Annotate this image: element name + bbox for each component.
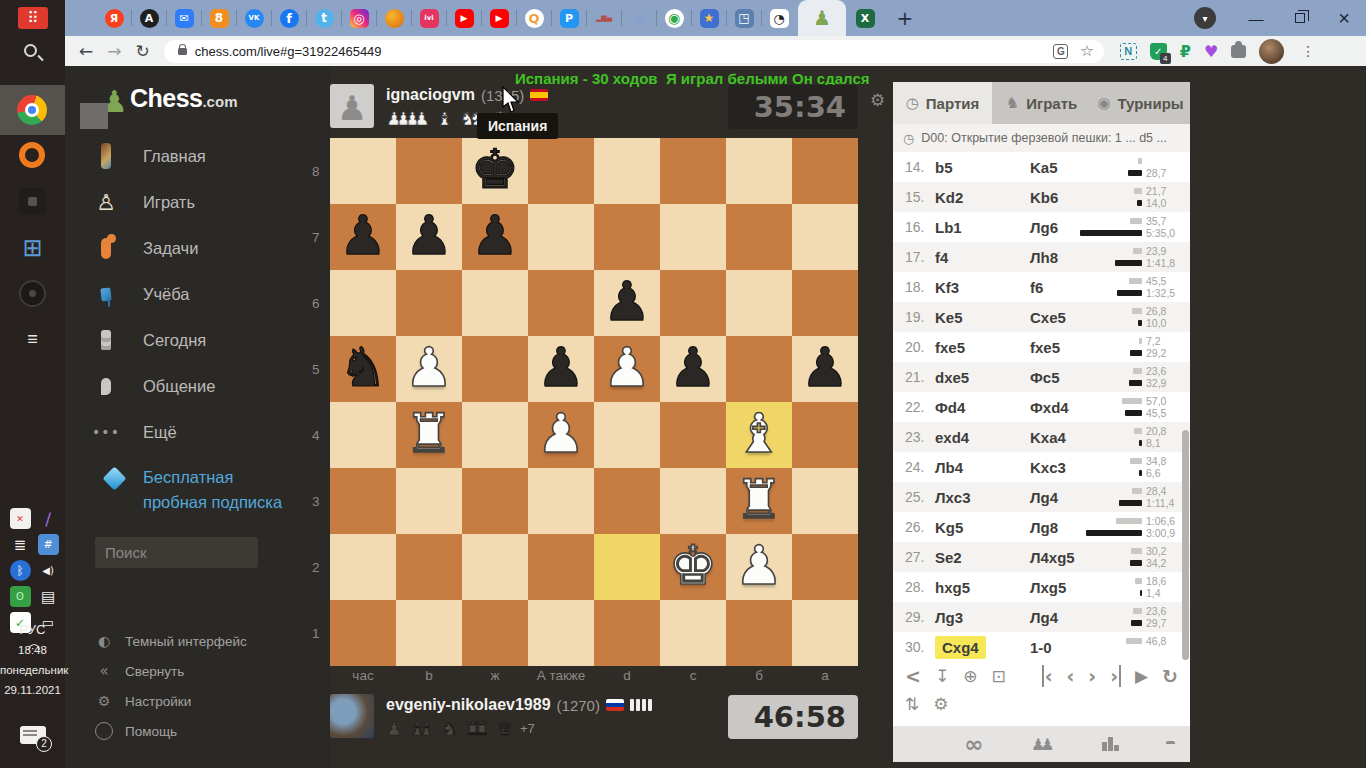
square-d8[interactable] <box>528 138 594 204</box>
top-player-name[interactable]: ignaciogvm <box>386 86 475 104</box>
black-pawn-a7[interactable]: ♟ <box>330 204 396 268</box>
time-text: 29,7 <box>1146 617 1182 629</box>
feather-pen-icon[interactable]: ∕ <box>38 508 59 529</box>
bottom-captured-pieces: ♟♝♝♞♜♜♛+7 <box>386 718 535 739</box>
share-icon[interactable]: < <box>905 665 921 687</box>
square-e3[interactable] <box>594 468 660 534</box>
move-number: 28. <box>905 579 935 595</box>
tally-bar <box>636 699 640 711</box>
move-row-25[interactable]: 25.Лxc3Лg428,41:11,4 <box>893 482 1190 512</box>
square-f4[interactable] <box>660 402 726 468</box>
time-line <box>1078 648 1182 658</box>
square-f3[interactable] <box>660 468 726 534</box>
highlighted-move[interactable]: Cxg4 <box>935 636 986 659</box>
pinned-tab-star9[interactable]: ★ <box>692 0 726 36</box>
square-e2[interactable] <box>594 534 660 600</box>
tally-bar <box>648 699 652 711</box>
black-move-cell[interactable]: Лg6 <box>1030 219 1078 236</box>
square-c5[interactable] <box>462 336 528 402</box>
time-line: 30,2 <box>1078 546 1182 556</box>
target-icon: ◉ <box>665 9 684 28</box>
active-tab-chesscom[interactable]: ♟ <box>798 0 846 36</box>
board-settings-gear-icon[interactable]: ⚙ <box>870 90 885 110</box>
wishlist-extension-icon[interactable]: ♥ <box>1204 42 1218 61</box>
sidebar-item-settings[interactable]: Настройки <box>65 686 330 716</box>
profile-avatar[interactable] <box>1259 39 1284 64</box>
time-line: 1:06,6 <box>1078 516 1182 526</box>
square-b2[interactable] <box>396 534 462 600</box>
move-number: 23. <box>905 429 935 445</box>
sidebar-item-play[interactable]: Играть <box>65 179 330 225</box>
square-h8[interactable] <box>792 138 858 204</box>
move-number: 14. <box>905 159 935 175</box>
address-bar[interactable]: chess.com/live#g=31922465449 G ☆ <box>164 40 1104 63</box>
diamond-icon <box>101 465 127 491</box>
square-g6[interactable] <box>726 270 792 336</box>
white-move-cell[interactable]: b5 <box>935 159 1030 176</box>
move-row-28[interactable]: 28.hxg5Лxg518,61,4 <box>893 572 1190 602</box>
move-row-29[interactable]: 29.Лg3Лg423,629,7 <box>893 602 1190 632</box>
move-row-18[interactable]: 18.Kf3f645,51:32,5 <box>893 272 1190 302</box>
square-h5[interactable]: ♟ <box>792 336 858 402</box>
controls-row-2: ⇅⚙ <box>893 690 1190 718</box>
scrollbar-thumb[interactable] <box>1182 430 1189 660</box>
top-player-avatar[interactable]: ♟ <box>330 84 374 128</box>
white-move-cell[interactable]: Kf3 <box>935 279 1030 296</box>
square-b4[interactable]: ♜ <box>396 402 462 468</box>
chess-board[interactable]: ♚♟♟♟♟♞♟♟♟♟♟♜♟♝♜♚♟ <box>330 138 858 666</box>
search-input[interactable] <box>95 537 258 568</box>
taskbar-clock[interactable]: 18:48 понедельник 29.11.2021 <box>0 640 65 700</box>
time-bar <box>1133 368 1142 374</box>
black-move-cell[interactable]: Лh8 <box>1030 249 1078 266</box>
square-d7[interactable] <box>528 204 594 270</box>
tab-play[interactable]: ♞Играть <box>992 82 1091 124</box>
time-line: 6,6 <box>1078 468 1182 478</box>
sliders-icon[interactable]: ≣ <box>10 534 31 555</box>
pinned-tab-twitter[interactable]: t <box>307 0 341 36</box>
move-row-15[interactable]: 15.Kd2Kb621,714,0 <box>893 182 1190 212</box>
square-a3[interactable] <box>330 468 396 534</box>
rank-label-4: 4 <box>312 402 326 468</box>
square-b6[interactable] <box>396 270 462 336</box>
keyboard-app-icon[interactable]: # <box>38 534 59 555</box>
game-review-icon[interactable]: ⊡ <box>991 666 1005 686</box>
white-rook-b4[interactable]: ♜ <box>396 402 462 466</box>
black-move-cell[interactable]: f6 <box>1030 279 1078 296</box>
restore-button[interactable] <box>1278 0 1322 36</box>
opening-bar[interactable]: ◷ D00: Открытие ферзевой пешки: 1 ... d5… <box>893 124 1190 152</box>
white-move-cell[interactable]: hxg5 <box>935 579 1030 596</box>
time-bar <box>1130 218 1142 224</box>
rank-label-6: 6 <box>312 270 326 336</box>
sidebar-item-label: Сегодня <box>143 331 206 350</box>
move-row-30[interactable]: 30.Cxg41-046,8 <box>893 632 1190 662</box>
black-king-c8[interactable]: ♚ <box>462 138 528 202</box>
white-move-cell[interactable]: Фd4 <box>935 399 1030 416</box>
settings-gear-icon[interactable]: ⚙ <box>933 694 948 714</box>
download-icon[interactable]: ↧ <box>935 666 949 686</box>
close-button[interactable]: × <box>1322 0 1366 36</box>
square-a7[interactable]: ♟ <box>330 204 396 270</box>
back-icon[interactable]: ← <box>79 41 93 61</box>
rank-label-2: 2 <box>312 534 326 600</box>
move-row-17[interactable]: 17.f4Лh823,91:41,8 <box>893 242 1190 272</box>
time-text: 45,5 <box>1146 275 1182 287</box>
move-row-22[interactable]: 22.Фd4Фxd457,045,5 <box>893 392 1190 422</box>
square-a2[interactable] <box>330 534 396 600</box>
sidebar-item-puzzles[interactable]: Задачи <box>65 225 330 271</box>
pinned-tab-mail-ru[interactable]: ✉ <box>167 0 201 36</box>
sidebar-item-today[interactable]: Сегодня <box>65 317 330 363</box>
browser-window: ЯA✉8VKft◎ivi▶▶QP▂▆▄☝◉★◳◔ ♟ X + ▾ — × ← →… <box>65 0 1366 768</box>
stack-app-icon[interactable]: ≡ <box>19 326 46 353</box>
minimize-button[interactable]: — <box>1234 0 1278 36</box>
bottom-player-name[interactable]: evgeniy-nikolaev1989 <box>386 696 551 714</box>
pinned-tab-vk[interactable]: VK <box>237 0 271 36</box>
black-move-cell[interactable]: Ka5 <box>1030 159 1078 176</box>
move-row-21[interactable]: 21.dxe5Фc523,632,9 <box>893 362 1190 392</box>
black-move-cell[interactable]: 1-0 <box>1030 639 1078 656</box>
disc-app-icon[interactable] <box>19 280 46 307</box>
players-icon[interactable]: ♟♟ <box>1031 735 1055 754</box>
language-indicator[interactable]: РУС <box>0 622 65 637</box>
black-move-cell[interactable]: Фc5 <box>1030 369 1078 386</box>
square-c8[interactable]: ♚ <box>462 138 528 204</box>
square-g5[interactable] <box>726 336 792 402</box>
square-h7[interactable] <box>792 204 858 270</box>
black-move-cell[interactable]: Лg4 <box>1030 609 1078 626</box>
volume-icon[interactable]: ◀) <box>38 560 59 581</box>
browser-menu-icon[interactable]: ⋮ <box>1301 43 1315 59</box>
flip-board-icon[interactable]: ⇅ <box>905 694 919 714</box>
chrome-icon[interactable] <box>17 95 47 125</box>
square-d1[interactable] <box>528 600 594 666</box>
time-bar <box>1125 410 1142 416</box>
trial-line2: пробная подписка <box>143 493 282 511</box>
sidebar-item-label: Играть <box>143 193 195 212</box>
move-number: 27. <box>905 549 935 565</box>
sidebar-item-social[interactable]: Общение <box>65 363 330 409</box>
time-text: 30,2 <box>1146 545 1182 557</box>
time-line: 46,8 <box>1078 636 1182 646</box>
like-icon: ☝ <box>630 9 649 28</box>
square-b7[interactable]: ♟ <box>396 204 462 270</box>
white-pawn-g2[interactable]: ♟ <box>726 534 792 598</box>
game-panel: ◷Партия♞Играть◉Турниры ◷ D00: Открытие ф… <box>893 82 1190 752</box>
white-move-cell[interactable]: Ke5 <box>935 309 1030 326</box>
time-bar <box>1129 380 1142 386</box>
reload-icon[interactable]: ↻ <box>136 41 150 61</box>
dark-app-icon[interactable] <box>19 188 46 215</box>
clipper-extension-icon[interactable]: N <box>1120 43 1137 60</box>
white-move-cell[interactable]: Лb4 <box>935 459 1030 476</box>
square-c4[interactable] <box>462 402 528 468</box>
square-c2[interactable] <box>462 534 528 600</box>
square-c6[interactable] <box>462 270 528 336</box>
square-d3[interactable] <box>528 468 594 534</box>
pinned-tab-youtube-2[interactable]: ▶ <box>482 0 516 36</box>
move-number: 15. <box>905 189 935 205</box>
pinned-tab-youtube[interactable]: ▶ <box>447 0 481 36</box>
square-a8[interactable] <box>330 138 396 204</box>
black-pawn-b7[interactable]: ♟ <box>396 204 462 268</box>
square-h3[interactable] <box>792 468 858 534</box>
sidebar-puzzle-icon <box>101 235 127 261</box>
square-f7[interactable] <box>660 204 726 270</box>
black-move-cell[interactable]: Cxe5 <box>1030 309 1078 326</box>
square-f6[interactable] <box>660 270 726 336</box>
white-move-cell[interactable]: fxe5 <box>935 339 1030 356</box>
white-pawn-b5[interactable]: ♟ <box>396 336 462 400</box>
time-text: 46,8 <box>1146 635 1182 647</box>
tab-game[interactable]: ◷Партия <box>893 82 992 124</box>
square-e5[interactable]: ♟ <box>594 336 660 402</box>
go-forward-icon[interactable]: › <box>1088 665 1096 687</box>
time-bar <box>1131 620 1142 626</box>
bookmark-star-icon[interactable]: ☆ <box>1080 42 1093 60</box>
sidebar-item-trial[interactable]: Бесплатная пробная подписка <box>65 455 330 519</box>
square-f5[interactable]: ♟ <box>660 336 726 402</box>
square-f2[interactable]: ♚ <box>660 534 726 600</box>
move-row-19[interactable]: 19.Ke5Cxe526,810,0 <box>893 302 1190 332</box>
black-pawn-h5[interactable]: ♟ <box>792 336 858 400</box>
pinned-tab-timer[interactable]: ◔ <box>762 0 796 36</box>
odnoklassniki-icon: 8 <box>210 9 229 28</box>
square-h4[interactable] <box>792 402 858 468</box>
time-text: 10,0 <box>1146 317 1182 329</box>
white-move-cell[interactable]: Kd2 <box>935 189 1030 206</box>
spain-flag-icon[interactable] <box>530 89 548 101</box>
white-rook-g3[interactable]: ♜ <box>726 468 792 532</box>
url-text[interactable]: chess.com/live#g=31922465449 <box>195 44 382 59</box>
square-d2[interactable] <box>528 534 594 600</box>
black-knight-a5[interactable]: ♞ <box>330 336 396 400</box>
time-bar <box>1116 518 1142 524</box>
top-player-bar: ♟ ignaciogvm (1335) ♟♟♟♟♝♞♞♛ 35:34 <box>330 84 890 132</box>
blue-grid-app-icon[interactable]: ⊞ <box>19 234 46 261</box>
white-move-cell[interactable]: f4 <box>935 249 1030 266</box>
pinned-tab-facebook[interactable]: f <box>272 0 306 36</box>
pinned-tab-link-squares[interactable]: ◳ <box>727 0 761 36</box>
move-times: 46,8 <box>1078 636 1182 658</box>
leaderboard-icon[interactable] <box>1102 737 1119 751</box>
square-a1[interactable] <box>330 600 396 666</box>
black-pawn-e6[interactable]: ♟ <box>594 270 660 334</box>
square-g4[interactable]: ♝ <box>726 402 792 468</box>
black-move-cell[interactable]: Фxd4 <box>1030 399 1078 416</box>
square-c1[interactable] <box>462 600 528 666</box>
black-pawn-c7[interactable]: ♟ <box>462 204 528 268</box>
time-text: 1:06,6 <box>1146 515 1182 527</box>
square-g2[interactable]: ♟ <box>726 534 792 600</box>
pinned-tab-ivi[interactable]: ivi <box>412 0 446 36</box>
time-bar <box>1138 158 1142 164</box>
square-a5[interactable]: ♞ <box>330 336 396 402</box>
cashback-extension-icon[interactable]: ₽ <box>1180 42 1191 61</box>
pinned-tabs-right: X <box>848 0 882 36</box>
pinned-tab-q-ring[interactable]: Q <box>517 0 551 36</box>
move-number: 26. <box>905 519 935 535</box>
tab-tournaments[interactable]: ◉Турниры <box>1091 82 1190 124</box>
square-c7[interactable]: ♟ <box>462 204 528 270</box>
pinned-tab-p-blue[interactable]: P <box>552 0 586 36</box>
square-h6[interactable] <box>792 270 858 336</box>
pinned-tab-avito[interactable]: A <box>132 0 166 36</box>
taskbar-weekday: понедельник <box>0 660 65 680</box>
time-line: 21,7 <box>1078 186 1182 196</box>
new-tab-button[interactable]: + <box>892 6 918 30</box>
pinned-tab-yandex[interactable]: Я <box>97 0 131 36</box>
square-a4[interactable] <box>330 402 396 468</box>
quarantine-doc-icon[interactable]: ✕ <box>10 508 31 529</box>
square-b5[interactable]: ♟ <box>396 336 462 402</box>
white-move-cell[interactable]: exd4 <box>935 429 1030 446</box>
pinned-tab-excel[interactable]: X <box>848 0 882 36</box>
square-b8[interactable] <box>396 138 462 204</box>
sidebar-chat-icon <box>101 373 127 399</box>
black-move-cell[interactable]: Лg4 <box>1030 489 1078 506</box>
square-g1[interactable] <box>726 600 792 666</box>
move-row-27[interactable]: 27.Se2Л4xg530,234,2 <box>893 542 1190 572</box>
time-line: 3:00,9 <box>1078 528 1182 538</box>
black-move-cell[interactable]: Лg8 <box>1030 519 1078 536</box>
black-move-cell[interactable]: Лxg5 <box>1030 579 1078 596</box>
russia-flag-icon[interactable] <box>606 699 624 711</box>
pinned-tab-odnoklassniki[interactable]: 8 <box>202 0 236 36</box>
square-b3[interactable] <box>396 468 462 534</box>
square-d5[interactable]: ♟ <box>528 336 594 402</box>
black-move-cell[interactable]: Kxc3 <box>1030 459 1078 476</box>
go-end-icon[interactable]: › <box>1110 665 1121 687</box>
go-start-icon[interactable]: ‹ <box>1042 665 1053 687</box>
square-e1[interactable] <box>594 600 660 666</box>
taskbar-menu-icon[interactable]: ⠿ <box>18 7 48 29</box>
white-pawn-e5[interactable]: ♟ <box>594 336 660 400</box>
time-line: 1:41,8 <box>1078 258 1182 268</box>
pinned-tab-instagram[interactable]: ◎ <box>342 0 376 36</box>
square-a6[interactable] <box>330 270 396 336</box>
move-row-24[interactable]: 24.Лb4Kxc334,86,6 <box>893 452 1190 482</box>
square-g3[interactable]: ♜ <box>726 468 792 534</box>
white-move-cell[interactable]: Лxc3 <box>935 489 1030 506</box>
stats-icon: ▂▆▄ <box>595 9 614 28</box>
time-bar <box>1134 428 1142 434</box>
pinned-tab-zen[interactable] <box>377 0 411 36</box>
file-label-3: ж <box>462 668 528 683</box>
square-g7[interactable] <box>726 204 792 270</box>
square-f8[interactable] <box>660 138 726 204</box>
white-move-cell[interactable]: Se2 <box>935 549 1030 566</box>
go-back-icon[interactable]: ‹ <box>1066 665 1074 687</box>
rank-label-8: 8 <box>312 138 326 204</box>
extensions-puzzle-icon[interactable] <box>1231 45 1246 58</box>
white-move-cell[interactable]: Cxg4 <box>935 639 1030 656</box>
bluetooth-icon[interactable]: ᛒ <box>10 560 31 581</box>
time-bar <box>1140 590 1142 596</box>
time-bar <box>1128 170 1142 176</box>
move-row-16[interactable]: 16.Lb1Лg635,75:35,0 <box>893 212 1190 242</box>
square-e7[interactable] <box>594 204 660 270</box>
spectators-icon[interactable]: ∞ <box>964 731 983 757</box>
square-g8[interactable] <box>726 138 792 204</box>
square-h2[interactable] <box>792 534 858 600</box>
sidebar-item-collapse[interactable]: Свернуть <box>65 656 330 686</box>
square-e8[interactable] <box>594 138 660 204</box>
pinned-tab-like[interactable]: ☝ <box>622 0 656 36</box>
autoplay-icon[interactable]: ▶ <box>1135 666 1148 686</box>
white-move-cell[interactable]: Lb1 <box>935 219 1030 236</box>
adblock-shield-icon[interactable]: ✓4 <box>1150 43 1167 60</box>
black-move-cell[interactable]: Kb6 <box>1030 189 1078 206</box>
black-move-cell[interactable]: fxe5 <box>1030 339 1078 356</box>
white-move-cell[interactable]: Kg5 <box>935 519 1030 536</box>
sidebar-item-home[interactable]: Главная <box>65 133 330 179</box>
time-text: 1:41,8 <box>1146 257 1182 269</box>
file-label-5: d <box>594 668 660 683</box>
orange-app-icon[interactable] <box>19 142 45 168</box>
move-row-26[interactable]: 26.Kg5Лg81:06,63:00,9 <box>893 512 1190 542</box>
bottom-player-avatar[interactable] <box>330 694 374 738</box>
white-king-f2[interactable]: ♚ <box>660 534 726 598</box>
white-bishop-g4[interactable]: ♝ <box>726 402 792 466</box>
square-c3[interactable] <box>462 468 528 534</box>
analysis-icon[interactable]: ⊕ <box>963 666 977 686</box>
tally-bar <box>630 699 634 711</box>
pinned-tab-stats[interactable]: ▂▆▄ <box>587 0 621 36</box>
black-move-cell[interactable]: Kxa4 <box>1030 429 1078 446</box>
move-row-23[interactable]: 23.exd4Kxa420,88,1 <box>893 422 1190 452</box>
move-row-20[interactable]: 20.fxe5fxe57,229,2 <box>893 332 1190 362</box>
sidebar-item-help[interactable]: Помощь <box>65 716 330 746</box>
square-b1[interactable] <box>396 600 462 666</box>
replay-icon[interactable]: ↻ <box>1162 665 1178 687</box>
time-bar <box>1130 350 1142 356</box>
black-move-cell[interactable]: Л4xg5 <box>1030 549 1078 566</box>
white-move-cell[interactable]: Лg3 <box>935 609 1030 626</box>
square-d4[interactable]: ♟ <box>528 402 594 468</box>
rank-label-5: 5 <box>312 336 326 402</box>
tab-search-icon[interactable]: ▾ <box>1194 7 1216 29</box>
square-h1[interactable] <box>792 600 858 666</box>
black-pawn-d5[interactable]: ♟ <box>528 336 594 400</box>
time-text: 18,6 <box>1146 575 1182 587</box>
square-d6[interactable] <box>528 270 594 336</box>
captured-rook-group: ♜♜ <box>465 718 490 739</box>
files-icon[interactable]: ▤ <box>38 586 59 607</box>
translate-icon[interactable]: G <box>1053 44 1068 59</box>
black-pawn-f5[interactable]: ♟ <box>660 336 726 400</box>
lock-icon[interactable] <box>178 48 187 55</box>
taskbar-search-icon[interactable] <box>24 44 37 57</box>
sidebar-item-dark-ui[interactable]: Темный интерфейс <box>65 626 330 656</box>
white-move-cell[interactable]: dxe5 <box>935 369 1030 386</box>
sidebar-item-label: Настройки <box>125 694 191 709</box>
square-e6[interactable]: ♟ <box>594 270 660 336</box>
time-bar <box>1139 470 1142 476</box>
forward-icon[interactable]: → <box>107 41 121 61</box>
move-row-14[interactable]: 14.b5Ka528,7 <box>893 152 1190 182</box>
antivirus-bear-icon[interactable]: ʘ <box>10 586 31 607</box>
sidebar-item-more[interactable]: Ещё <box>65 409 330 455</box>
captured-bishop-group: ♝ <box>437 108 453 129</box>
square-f1[interactable] <box>660 600 726 666</box>
white-pawn-d4[interactable]: ♟ <box>528 402 594 466</box>
move-times: 28,7 <box>1078 156 1182 178</box>
pinned-tab-target[interactable]: ◉ <box>657 0 691 36</box>
square-e4[interactable] <box>594 402 660 468</box>
sidebar-item-learn[interactable]: Учёба <box>65 271 330 317</box>
